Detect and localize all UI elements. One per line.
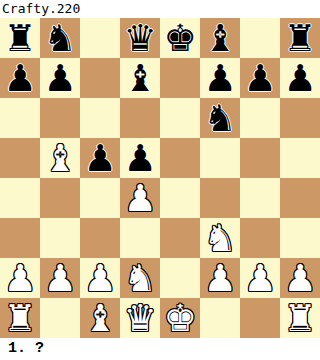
square-g6[interactable] <box>240 98 280 138</box>
piece-black-pawn[interactable]: ♟ <box>0 58 40 98</box>
square-h1[interactable]: ♜ <box>280 298 320 338</box>
square-a4[interactable] <box>0 178 40 218</box>
square-h3[interactable] <box>280 218 320 258</box>
window-title: Crafty.220 <box>0 0 320 18</box>
square-e1[interactable]: ♚ <box>160 298 200 338</box>
square-e6[interactable] <box>160 98 200 138</box>
square-g3[interactable] <box>240 218 280 258</box>
square-f8[interactable]: ♝ <box>200 18 240 58</box>
piece-black-pawn[interactable]: ♟ <box>200 58 240 98</box>
square-f3[interactable]: ♞ <box>200 218 240 258</box>
square-a8[interactable]: ♜ <box>0 18 40 58</box>
square-b4[interactable] <box>40 178 80 218</box>
square-b5[interactable]: ♝ <box>40 138 80 178</box>
square-h5[interactable] <box>280 138 320 178</box>
square-e7[interactable] <box>160 58 200 98</box>
square-c5[interactable]: ♟ <box>80 138 120 178</box>
piece-black-pawn[interactable]: ♟ <box>240 58 280 98</box>
square-c1[interactable]: ♝ <box>80 298 120 338</box>
piece-white-pawn[interactable]: ♟ <box>40 258 80 298</box>
piece-black-queen[interactable]: ♛ <box>120 18 160 58</box>
piece-black-bishop[interactable]: ♝ <box>120 58 160 98</box>
square-g2[interactable]: ♟ <box>240 258 280 298</box>
piece-white-rook[interactable]: ♜ <box>280 298 320 338</box>
piece-black-bishop[interactable]: ♝ <box>200 18 240 58</box>
square-b2[interactable]: ♟ <box>40 258 80 298</box>
square-h6[interactable] <box>280 98 320 138</box>
square-h2[interactable]: ♟ <box>280 258 320 298</box>
square-b8[interactable]: ♞ <box>40 18 80 58</box>
square-c6[interactable] <box>80 98 120 138</box>
square-h7[interactable]: ♟ <box>280 58 320 98</box>
square-f2[interactable]: ♟ <box>200 258 240 298</box>
piece-white-pawn[interactable]: ♟ <box>240 258 280 298</box>
square-d1[interactable]: ♛ <box>120 298 160 338</box>
square-b6[interactable] <box>40 98 80 138</box>
piece-black-pawn[interactable]: ♟ <box>120 138 160 178</box>
square-d6[interactable] <box>120 98 160 138</box>
square-c8[interactable] <box>80 18 120 58</box>
square-e5[interactable] <box>160 138 200 178</box>
square-h8[interactable]: ♜ <box>280 18 320 58</box>
piece-white-pawn[interactable]: ♟ <box>200 258 240 298</box>
square-f7[interactable]: ♟ <box>200 58 240 98</box>
piece-black-pawn[interactable]: ♟ <box>40 58 80 98</box>
square-a7[interactable]: ♟ <box>0 58 40 98</box>
square-a1[interactable]: ♜ <box>0 298 40 338</box>
square-e3[interactable] <box>160 218 200 258</box>
square-g4[interactable] <box>240 178 280 218</box>
square-f6[interactable]: ♞ <box>200 98 240 138</box>
piece-black-pawn[interactable]: ♟ <box>280 58 320 98</box>
square-a5[interactable] <box>0 138 40 178</box>
piece-white-bishop[interactable]: ♝ <box>40 138 80 178</box>
square-d3[interactable] <box>120 218 160 258</box>
piece-white-knight[interactable]: ♞ <box>200 218 240 258</box>
piece-white-pawn[interactable]: ♟ <box>280 258 320 298</box>
square-b7[interactable]: ♟ <box>40 58 80 98</box>
square-g8[interactable] <box>240 18 280 58</box>
square-f1[interactable] <box>200 298 240 338</box>
square-c2[interactable]: ♟ <box>80 258 120 298</box>
square-a3[interactable] <box>0 218 40 258</box>
piece-white-king[interactable]: ♚ <box>160 298 200 338</box>
piece-black-king[interactable]: ♚ <box>160 18 200 58</box>
piece-white-rook[interactable]: ♜ <box>0 298 40 338</box>
piece-white-bishop[interactable]: ♝ <box>80 298 120 338</box>
square-f4[interactable] <box>200 178 240 218</box>
square-d7[interactable]: ♝ <box>120 58 160 98</box>
square-e2[interactable] <box>160 258 200 298</box>
square-g5[interactable] <box>240 138 280 178</box>
piece-black-rook[interactable]: ♜ <box>0 18 40 58</box>
square-a2[interactable]: ♟ <box>0 258 40 298</box>
square-g7[interactable]: ♟ <box>240 58 280 98</box>
square-h4[interactable] <box>280 178 320 218</box>
square-e8[interactable]: ♚ <box>160 18 200 58</box>
chess-board: ♜♞♛♚♝♜♟♟♝♟♟♟♞♝♟♟♟♞♟♟♟♞♟♟♟♜♝♛♚♜ <box>0 18 320 338</box>
square-d5[interactable]: ♟ <box>120 138 160 178</box>
piece-white-knight[interactable]: ♞ <box>120 258 160 298</box>
square-c4[interactable] <box>80 178 120 218</box>
square-d8[interactable]: ♛ <box>120 18 160 58</box>
square-c3[interactable] <box>80 218 120 258</box>
piece-white-pawn[interactable]: ♟ <box>80 258 120 298</box>
square-b3[interactable] <box>40 218 80 258</box>
square-c7[interactable] <box>80 58 120 98</box>
square-f5[interactable] <box>200 138 240 178</box>
piece-white-queen[interactable]: ♛ <box>120 298 160 338</box>
piece-white-pawn[interactable]: ♟ <box>0 258 40 298</box>
square-b1[interactable] <box>40 298 80 338</box>
square-d2[interactable]: ♞ <box>120 258 160 298</box>
piece-black-pawn[interactable]: ♟ <box>80 138 120 178</box>
piece-white-pawn[interactable]: ♟ <box>120 178 160 218</box>
piece-black-rook[interactable]: ♜ <box>280 18 320 58</box>
square-a6[interactable] <box>0 98 40 138</box>
piece-black-knight[interactable]: ♞ <box>40 18 80 58</box>
move-prompt: 1. ? <box>0 338 320 360</box>
square-d4[interactable]: ♟ <box>120 178 160 218</box>
square-g1[interactable] <box>240 298 280 338</box>
square-e4[interactable] <box>160 178 200 218</box>
piece-black-knight[interactable]: ♞ <box>200 98 240 138</box>
